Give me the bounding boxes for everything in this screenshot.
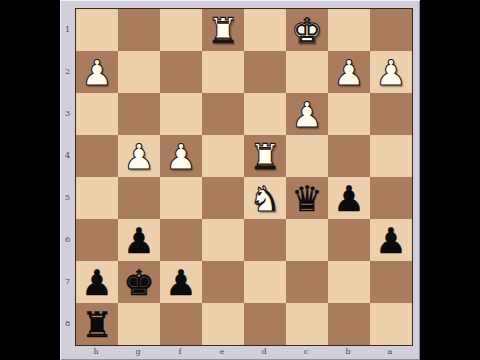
- square-e2[interactable]: [202, 51, 244, 93]
- square-e5[interactable]: [202, 177, 244, 219]
- square-g8[interactable]: [118, 303, 160, 345]
- square-e1[interactable]: ♜: [202, 9, 244, 51]
- rank-label-5: 5: [60, 176, 75, 218]
- square-e7[interactable]: [202, 261, 244, 303]
- white-pawn-icon[interactable]: ♟: [118, 135, 160, 177]
- square-a6[interactable]: ♟: [370, 219, 412, 261]
- square-f2[interactable]: [160, 51, 202, 93]
- square-b1[interactable]: [328, 9, 370, 51]
- square-a3[interactable]: [370, 93, 412, 135]
- white-king-icon[interactable]: ♚: [286, 9, 328, 51]
- file-label-g: g: [117, 347, 159, 360]
- white-pawn-icon[interactable]: ♟: [286, 93, 328, 135]
- square-c8[interactable]: [286, 303, 328, 345]
- square-d4[interactable]: ♜: [244, 135, 286, 177]
- square-f8[interactable]: [160, 303, 202, 345]
- rank-label-6: 6: [60, 218, 75, 260]
- square-a2[interactable]: ♟: [370, 51, 412, 93]
- file-label-h: h: [75, 347, 117, 360]
- square-d6[interactable]: [244, 219, 286, 261]
- rank-label-4: 4: [60, 134, 75, 176]
- rank-label-8: 8: [60, 302, 75, 344]
- file-label-d: d: [243, 347, 285, 360]
- square-d7[interactable]: [244, 261, 286, 303]
- white-rook-icon[interactable]: ♜: [202, 9, 244, 51]
- square-b8[interactable]: [328, 303, 370, 345]
- square-h8[interactable]: ♜: [76, 303, 118, 345]
- square-h5[interactable]: [76, 177, 118, 219]
- square-d3[interactable]: [244, 93, 286, 135]
- square-d1[interactable]: [244, 9, 286, 51]
- white-pawn-icon[interactable]: ♟: [160, 135, 202, 177]
- square-a4[interactable]: [370, 135, 412, 177]
- square-d2[interactable]: [244, 51, 286, 93]
- chess-board: ♜♚♟♟♟♟♟♟♜♞♛♟♟♟♟♚♟♜: [75, 8, 413, 346]
- square-f6[interactable]: [160, 219, 202, 261]
- square-h3[interactable]: [76, 93, 118, 135]
- square-a7[interactable]: [370, 261, 412, 303]
- rank-labels: 12345678: [60, 8, 75, 346]
- square-f1[interactable]: [160, 9, 202, 51]
- square-f7[interactable]: ♟: [160, 261, 202, 303]
- rank-label-3: 3: [60, 92, 75, 134]
- square-d8[interactable]: [244, 303, 286, 345]
- square-b4[interactable]: [328, 135, 370, 177]
- square-c7[interactable]: [286, 261, 328, 303]
- square-e4[interactable]: [202, 135, 244, 177]
- square-e6[interactable]: [202, 219, 244, 261]
- black-rook-icon[interactable]: ♜: [76, 303, 118, 345]
- white-pawn-icon[interactable]: ♟: [328, 51, 370, 93]
- square-d5[interactable]: ♞: [244, 177, 286, 219]
- file-label-c: c: [285, 347, 327, 360]
- square-b7[interactable]: [328, 261, 370, 303]
- black-pawn-icon[interactable]: ♟: [160, 261, 202, 303]
- square-b5[interactable]: ♟: [328, 177, 370, 219]
- square-c2[interactable]: [286, 51, 328, 93]
- white-pawn-icon[interactable]: ♟: [370, 51, 412, 93]
- file-label-b: b: [327, 347, 369, 360]
- square-h7[interactable]: ♟: [76, 261, 118, 303]
- square-c3[interactable]: ♟: [286, 93, 328, 135]
- file-label-f: f: [159, 347, 201, 360]
- square-c6[interactable]: [286, 219, 328, 261]
- square-b2[interactable]: ♟: [328, 51, 370, 93]
- black-pawn-icon[interactable]: ♟: [76, 261, 118, 303]
- black-queen-icon[interactable]: ♛: [286, 177, 328, 219]
- rank-label-1: 1: [60, 8, 75, 50]
- video-frame: 12345678 ♜♚♟♟♟♟♟♟♜♞♛♟♟♟♟♚♟♜ hgfedcba: [0, 0, 480, 360]
- square-f5[interactable]: [160, 177, 202, 219]
- square-a5[interactable]: [370, 177, 412, 219]
- black-pawn-icon[interactable]: ♟: [328, 177, 370, 219]
- square-b6[interactable]: [328, 219, 370, 261]
- square-h1[interactable]: [76, 9, 118, 51]
- square-g2[interactable]: [118, 51, 160, 93]
- file-label-e: e: [201, 347, 243, 360]
- square-c5[interactable]: ♛: [286, 177, 328, 219]
- square-h6[interactable]: [76, 219, 118, 261]
- square-g5[interactable]: [118, 177, 160, 219]
- white-pawn-icon[interactable]: ♟: [76, 51, 118, 93]
- square-g3[interactable]: [118, 93, 160, 135]
- square-f4[interactable]: ♟: [160, 135, 202, 177]
- white-rook-icon[interactable]: ♜: [244, 135, 286, 177]
- square-a8[interactable]: [370, 303, 412, 345]
- white-knight-icon[interactable]: ♞: [244, 177, 286, 219]
- square-c4[interactable]: [286, 135, 328, 177]
- black-pawn-icon[interactable]: ♟: [370, 219, 412, 261]
- square-h4[interactable]: [76, 135, 118, 177]
- square-g4[interactable]: ♟: [118, 135, 160, 177]
- square-c1[interactable]: ♚: [286, 9, 328, 51]
- rank-label-7: 7: [60, 260, 75, 302]
- square-g7[interactable]: ♚: [118, 261, 160, 303]
- square-e3[interactable]: [202, 93, 244, 135]
- square-a1[interactable]: [370, 9, 412, 51]
- file-label-a: a: [369, 347, 411, 360]
- square-g6[interactable]: ♟: [118, 219, 160, 261]
- rank-label-2: 2: [60, 50, 75, 92]
- square-g1[interactable]: [118, 9, 160, 51]
- square-h2[interactable]: ♟: [76, 51, 118, 93]
- square-f3[interactable]: [160, 93, 202, 135]
- square-e8[interactable]: [202, 303, 244, 345]
- chess-panel: 12345678 ♜♚♟♟♟♟♟♟♜♞♛♟♟♟♟♚♟♜ hgfedcba: [60, 0, 420, 360]
- black-king-icon[interactable]: ♚: [118, 261, 160, 303]
- square-b3[interactable]: [328, 93, 370, 135]
- black-pawn-icon[interactable]: ♟: [118, 219, 160, 261]
- file-labels: hgfedcba: [75, 347, 413, 360]
